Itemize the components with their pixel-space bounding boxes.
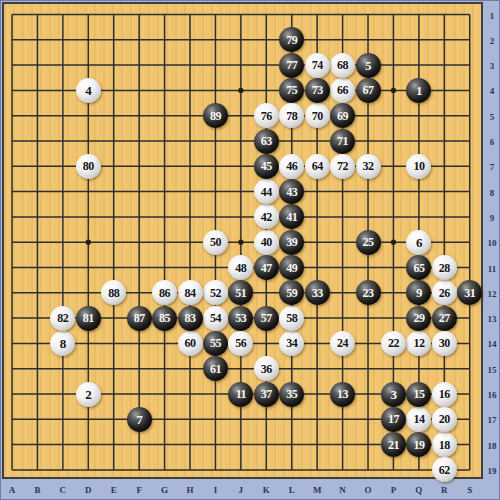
- column-label-D: D: [85, 485, 92, 495]
- stone-white-60-H14: 60: [178, 331, 203, 356]
- stone-black-5-O3: 5: [356, 53, 381, 78]
- stone-white-78-L5: 78: [279, 103, 304, 128]
- stone-white-68-N3: 68: [330, 53, 355, 78]
- row-label-19: 19: [483, 466, 500, 476]
- stone-black-61-I15: 61: [203, 356, 228, 381]
- row-label-12: 12: [483, 289, 500, 299]
- stone-white-64-M7: 64: [305, 154, 330, 179]
- column-label-J: J: [239, 485, 244, 495]
- stone-black-17-P17: 17: [381, 407, 406, 432]
- stone-black-29-Q13: 29: [406, 306, 431, 331]
- stone-white-86-G12: 86: [152, 280, 177, 305]
- column-label-N: N: [339, 485, 346, 495]
- row-label-16: 16: [483, 390, 500, 400]
- stone-white-84-H12: 84: [178, 280, 203, 305]
- stone-black-81-D13: 81: [76, 306, 101, 331]
- row-label-13: 13: [483, 314, 500, 324]
- stone-black-67-O4: 67: [356, 78, 381, 103]
- stone-black-9-Q12: 9: [406, 280, 431, 305]
- stone-black-87-F13: 87: [127, 306, 152, 331]
- stone-white-56-J14: 56: [228, 331, 253, 356]
- stone-black-77-L3: 77: [279, 53, 304, 78]
- stone-black-83-H13: 83: [178, 306, 203, 331]
- column-label-O: O: [365, 485, 372, 495]
- stone-black-31-S12: 31: [457, 280, 482, 305]
- column-label-H: H: [186, 485, 193, 495]
- stone-white-24-N14: 24: [330, 331, 355, 356]
- stone-black-85-G13: 85: [152, 306, 177, 331]
- stone-black-43-L8: 43: [279, 179, 304, 204]
- stone-black-41-L9: 41: [279, 204, 304, 229]
- stone-white-4-D4: 4: [76, 78, 101, 103]
- row-label-3: 3: [483, 61, 500, 71]
- column-label-R: R: [441, 485, 448, 495]
- stone-black-11-J16: 11: [228, 382, 253, 407]
- column-label-K: K: [263, 485, 270, 495]
- stone-white-34-L14: 34: [279, 331, 304, 356]
- stone-black-35-L16: 35: [279, 382, 304, 407]
- stone-black-23-O12: 23: [356, 280, 381, 305]
- stone-black-25-O10: 25: [356, 230, 381, 255]
- stone-white-46-L7: 46: [279, 154, 304, 179]
- stone-white-10-Q7: 10: [406, 154, 431, 179]
- stone-black-47-K11: 47: [254, 255, 279, 280]
- stone-white-82-C13: 82: [50, 306, 75, 331]
- stone-black-53-J13: 53: [228, 306, 253, 331]
- stone-black-33-M12: 33: [305, 280, 330, 305]
- stone-white-16-R16: 16: [432, 382, 457, 407]
- stone-white-26-R12: 26: [432, 280, 457, 305]
- row-label-4: 4: [483, 86, 500, 96]
- column-label-S: S: [467, 485, 472, 495]
- column-label-L: L: [289, 485, 295, 495]
- stone-white-32-O7: 32: [356, 154, 381, 179]
- stone-black-21-P18: 21: [381, 432, 406, 457]
- row-label-7: 7: [483, 162, 500, 172]
- stone-white-76-K5: 76: [254, 103, 279, 128]
- stone-black-79-L2: 79: [279, 27, 304, 52]
- stone-white-12-Q14: 12: [406, 331, 431, 356]
- row-label-9: 9: [483, 213, 500, 223]
- stone-black-55-I14: 55: [203, 331, 228, 356]
- row-label-14: 14: [483, 339, 500, 349]
- stone-white-18-R18: 18: [432, 432, 457, 457]
- stone-black-13-N16: 13: [330, 382, 355, 407]
- stone-white-88-E12: 88: [101, 280, 126, 305]
- stone-white-66-N4: 66: [330, 78, 355, 103]
- row-label-10: 10: [483, 238, 500, 248]
- stone-black-69-N5: 69: [330, 103, 355, 128]
- stone-white-40-K10: 40: [254, 230, 279, 255]
- stone-black-27-R13: 27: [432, 306, 457, 331]
- column-label-E: E: [111, 485, 117, 495]
- stone-black-15-Q16: 15: [406, 382, 431, 407]
- stone-white-42-K9: 42: [254, 204, 279, 229]
- column-label-M: M: [313, 485, 322, 495]
- stone-black-57-K13: 57: [254, 306, 279, 331]
- row-label-6: 6: [483, 137, 500, 147]
- stone-white-28-R11: 28: [432, 255, 457, 280]
- stone-black-73-M4: 73: [305, 78, 330, 103]
- stone-black-71-N6: 71: [330, 129, 355, 154]
- column-label-I: I: [214, 485, 218, 495]
- column-label-Q: Q: [415, 485, 422, 495]
- stone-white-2-D16: 2: [76, 382, 101, 407]
- stone-black-37-K16: 37: [254, 382, 279, 407]
- stone-black-63-K6: 63: [254, 129, 279, 154]
- stones-layer: 1234567891011121314151617181920212223242…: [1, 1, 500, 500]
- column-label-G: G: [161, 485, 168, 495]
- column-label-C: C: [60, 485, 67, 495]
- stone-white-48-J11: 48: [228, 255, 253, 280]
- stone-white-52-I12: 52: [203, 280, 228, 305]
- row-label-1: 1: [483, 11, 500, 21]
- stone-black-39-L10: 39: [279, 230, 304, 255]
- stone-white-8-C14: 8: [50, 331, 75, 356]
- column-label-A: A: [9, 485, 16, 495]
- stone-black-19-Q18: 19: [406, 432, 431, 457]
- row-label-5: 5: [483, 112, 500, 122]
- stone-white-36-K15: 36: [254, 356, 279, 381]
- stone-black-75-L4: 75: [279, 78, 304, 103]
- stone-black-51-J12: 51: [228, 280, 253, 305]
- stone-black-89-I5: 89: [203, 103, 228, 128]
- stone-white-50-I10: 50: [203, 230, 228, 255]
- row-label-15: 15: [483, 365, 500, 375]
- stone-white-20-R17: 20: [432, 407, 457, 432]
- stone-white-30-R14: 30: [432, 331, 457, 356]
- stone-white-14-Q17: 14: [406, 407, 431, 432]
- stone-white-58-L13: 58: [279, 306, 304, 331]
- stone-white-44-K8: 44: [254, 179, 279, 204]
- row-label-18: 18: [483, 441, 500, 451]
- row-label-8: 8: [483, 188, 500, 198]
- stone-white-72-N7: 72: [330, 154, 355, 179]
- column-label-B: B: [34, 485, 40, 495]
- column-label-F: F: [136, 485, 142, 495]
- stone-white-22-P14: 22: [381, 331, 406, 356]
- row-label-11: 11: [483, 264, 500, 274]
- stone-black-1-Q4: 1: [406, 78, 431, 103]
- stone-white-62-R19: 62: [432, 457, 457, 482]
- stone-white-6-Q10: 6: [406, 230, 431, 255]
- stone-black-59-L12: 59: [279, 280, 304, 305]
- stone-black-7-F17: 7: [127, 407, 152, 432]
- stone-black-3-P16: 3: [381, 382, 406, 407]
- stone-black-45-K7: 45: [254, 154, 279, 179]
- row-label-17: 17: [483, 415, 500, 425]
- column-label-P: P: [391, 485, 397, 495]
- stone-black-49-L11: 49: [279, 255, 304, 280]
- stone-black-65-Q11: 65: [406, 255, 431, 280]
- stone-white-80-D7: 80: [76, 154, 101, 179]
- stone-white-70-M5: 70: [305, 103, 330, 128]
- stone-white-74-M3: 74: [305, 53, 330, 78]
- go-diagram: 1234567891011121314151617181920212223242…: [0, 0, 500, 500]
- row-label-2: 2: [483, 36, 500, 46]
- stone-white-54-I13: 54: [203, 306, 228, 331]
